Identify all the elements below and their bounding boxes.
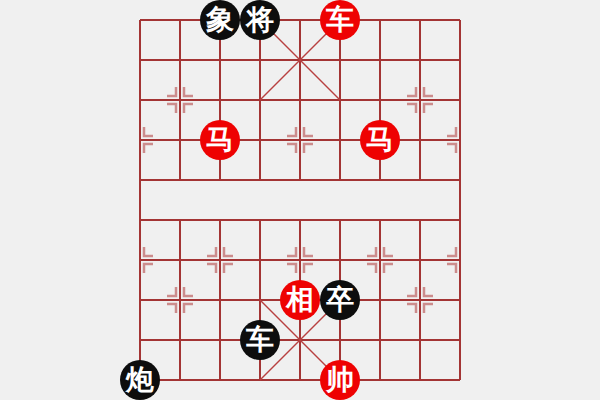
piece-black-soldier[interactable]: 卒 (320, 280, 360, 320)
piece-black-chariot[interactable]: 车 (240, 320, 280, 360)
piece-red-chariot[interactable]: 车 (320, 0, 360, 40)
piece-black-elephant[interactable]: 象 (200, 0, 240, 40)
piece-black-general[interactable]: 将 (240, 0, 280, 40)
piece-red-general[interactable]: 帅 (320, 360, 360, 400)
piece-black-cannon[interactable]: 炮 (120, 360, 160, 400)
piece-red-horse-right[interactable]: 马 (360, 120, 400, 160)
piece-red-horse-left[interactable]: 马 (200, 120, 240, 160)
piece-red-elephant[interactable]: 相 (280, 280, 320, 320)
board-grid (0, 0, 600, 400)
xiangqi-board: 象将车马马相卒车炮帅 (0, 0, 600, 400)
